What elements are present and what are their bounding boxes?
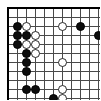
black-stone — [22, 67, 31, 76]
black-stone — [76, 22, 85, 31]
go-diagram — [0, 0, 100, 100]
black-stone — [13, 31, 22, 40]
stones-layer — [4, 4, 101, 101]
white-stone — [31, 40, 40, 49]
white-stone — [58, 85, 67, 94]
white-stone — [31, 49, 40, 58]
black-stone — [31, 85, 40, 94]
black-stone — [13, 22, 22, 31]
white-stone — [58, 94, 67, 101]
black-stone — [49, 94, 58, 101]
black-stone — [22, 49, 31, 58]
black-stone — [22, 58, 31, 67]
white-stone — [22, 40, 31, 49]
white-stone — [22, 22, 31, 31]
white-stone — [31, 31, 40, 40]
white-stone — [58, 58, 67, 67]
white-stone — [58, 22, 67, 31]
black-stone — [94, 31, 101, 40]
black-stone — [22, 85, 31, 94]
black-stone — [13, 40, 22, 49]
black-stone — [22, 31, 31, 40]
